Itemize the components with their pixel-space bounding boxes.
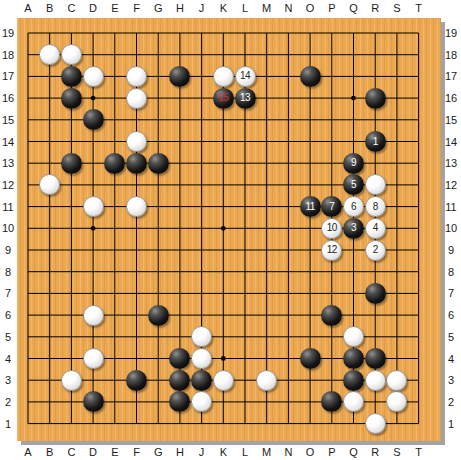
coord-label-left-11: 11	[2, 201, 13, 212]
coord-label-top-B: B	[46, 3, 53, 14]
coord-label-left-13: 13	[2, 158, 14, 169]
stone-black-F3	[126, 370, 147, 391]
coord-label-top-N: N	[284, 3, 292, 14]
stone-black-C17	[61, 66, 82, 87]
star-point-K10	[221, 226, 226, 231]
coord-label-left-8: 8	[5, 266, 11, 277]
coord-label-top-H: H	[176, 3, 184, 14]
stone-white-S3	[386, 370, 407, 391]
stone-black-R4	[365, 348, 386, 369]
coord-label-right-1: 1	[448, 418, 454, 429]
coord-label-top-E: E	[111, 3, 118, 14]
stone-white-D11	[83, 196, 104, 217]
move-number: 10	[327, 223, 337, 233]
move-number: 8	[373, 202, 378, 212]
coord-label-right-13: 13	[445, 158, 457, 169]
coord-label-right-15: 15	[445, 114, 457, 125]
coord-label-top-G: G	[154, 3, 163, 14]
coord-label-top-P: P	[328, 3, 335, 14]
coord-label-left-5: 5	[5, 331, 11, 342]
stone-white-R9: 2	[365, 240, 386, 261]
stone-black-D2	[83, 391, 104, 412]
coord-label-top-L: L	[242, 3, 248, 14]
stone-white-F16	[126, 88, 147, 109]
stone-black-K16: 15	[213, 88, 234, 109]
stone-white-R10: 4	[365, 218, 386, 239]
stone-white-C3	[61, 370, 82, 391]
move-number: 7	[329, 202, 334, 212]
coord-label-bottom-T: T	[415, 447, 422, 458]
coord-label-bottom-H: H	[176, 447, 184, 458]
coord-label-bottom-E: E	[111, 447, 118, 458]
stone-black-H3	[169, 370, 190, 391]
stone-black-G6	[148, 305, 169, 326]
coord-label-left-6: 6	[5, 310, 11, 321]
coord-label-top-J: J	[199, 3, 205, 14]
star-point-Q16	[351, 96, 356, 101]
stone-white-K3	[213, 370, 234, 391]
coord-label-bottom-R: R	[371, 447, 379, 458]
move-number-last: 15	[218, 93, 228, 103]
stone-black-O11: 11	[300, 196, 321, 217]
coord-label-right-4: 4	[448, 353, 454, 364]
coord-label-top-A: A	[24, 3, 31, 14]
coord-label-right-8: 8	[448, 266, 454, 277]
coord-label-bottom-P: P	[328, 447, 335, 458]
stone-white-P10: 10	[321, 218, 342, 239]
move-number: 5	[351, 180, 356, 190]
stone-white-K17	[213, 66, 234, 87]
stone-black-E13	[104, 153, 125, 174]
stone-black-R7	[365, 283, 386, 304]
move-number: 13	[240, 93, 250, 103]
stone-white-R3	[365, 370, 386, 391]
star-point-D16	[91, 96, 96, 101]
stone-black-Q3	[343, 370, 364, 391]
coord-label-bottom-N: N	[284, 447, 292, 458]
stone-white-R11: 8	[365, 196, 386, 217]
coord-label-right-3: 3	[448, 375, 454, 386]
coord-label-left-9: 9	[5, 245, 11, 256]
stone-black-Q10: 3	[343, 218, 364, 239]
coord-label-right-7: 7	[448, 288, 454, 299]
stone-white-P9: 12	[321, 240, 342, 261]
stone-black-C16	[61, 88, 82, 109]
stone-white-F17	[126, 66, 147, 87]
stone-white-D17	[83, 66, 104, 87]
go-diagram: ABCDEFGHJKLMNOPQRST ABCDEFGHJKLMNOPQRST …	[0, 0, 461, 460]
stone-black-O17	[300, 66, 321, 87]
coord-label-bottom-L: L	[242, 447, 248, 458]
move-number: 3	[351, 223, 356, 233]
coord-label-left-16: 16	[2, 93, 14, 104]
stone-black-R14: 1	[365, 131, 386, 152]
coord-label-left-18: 18	[2, 49, 14, 60]
coord-label-bottom-Q: Q	[349, 447, 358, 458]
star-point-D10	[91, 226, 96, 231]
coord-label-top-S: S	[393, 3, 400, 14]
stone-white-C18	[61, 44, 82, 65]
coord-label-bottom-O: O	[306, 447, 315, 458]
coord-label-left-12: 12	[2, 179, 14, 190]
coord-label-right-18: 18	[445, 49, 457, 60]
move-number: 4	[373, 223, 378, 233]
stone-white-J4	[191, 348, 212, 369]
coord-label-bottom-B: B	[46, 447, 53, 458]
coord-label-right-2: 2	[448, 396, 454, 407]
stone-black-P6	[321, 305, 342, 326]
stone-black-Q13: 9	[343, 153, 364, 174]
move-number: 9	[351, 158, 356, 168]
coord-label-top-K: K	[220, 3, 227, 14]
coord-label-left-17: 17	[2, 71, 14, 82]
coord-label-right-6: 6	[448, 310, 454, 321]
stone-black-C13	[61, 153, 82, 174]
coord-label-left-19: 19	[2, 28, 14, 39]
stone-white-D6	[83, 305, 104, 326]
coord-label-right-16: 16	[445, 93, 457, 104]
stone-black-O4	[300, 348, 321, 369]
coord-label-bottom-S: S	[393, 447, 400, 458]
coord-label-bottom-D: D	[89, 447, 97, 458]
coord-label-top-M: M	[262, 3, 271, 14]
move-number: 11	[305, 202, 314, 212]
stone-black-R16	[365, 88, 386, 109]
coord-label-left-3: 3	[5, 375, 11, 386]
goban[interactable]: 141513195117681034122	[17, 18, 441, 441]
coord-label-top-O: O	[306, 3, 315, 14]
stone-white-D4	[83, 348, 104, 369]
stone-white-R1	[365, 413, 386, 434]
stone-black-J3	[191, 370, 212, 391]
coord-label-top-R: R	[371, 3, 379, 14]
coord-label-right-12: 12	[445, 179, 457, 190]
coord-label-left-14: 14	[2, 136, 14, 147]
coord-label-top-Q: Q	[349, 3, 358, 14]
coord-label-left-4: 4	[5, 353, 11, 364]
coord-label-top-D: D	[89, 3, 97, 14]
coord-label-bottom-G: G	[154, 447, 163, 458]
coord-label-left-1: 1	[5, 418, 11, 429]
coord-label-bottom-F: F	[133, 447, 140, 458]
stone-black-F13	[126, 153, 147, 174]
stone-white-L17: 14	[235, 66, 256, 87]
move-number: 6	[351, 202, 356, 212]
coord-label-top-F: F	[133, 3, 140, 14]
coord-label-right-17: 17	[445, 71, 457, 82]
stone-black-G13	[148, 153, 169, 174]
coord-label-right-14: 14	[445, 136, 457, 147]
stone-white-F11	[126, 196, 147, 217]
stone-white-Q11: 6	[343, 196, 364, 217]
coord-label-bottom-A: A	[24, 447, 31, 458]
coord-label-right-9: 9	[448, 245, 454, 256]
coord-label-right-19: 19	[445, 28, 457, 39]
stone-white-R12	[365, 174, 386, 195]
coord-label-right-11: 11	[445, 201, 456, 212]
stone-black-L16: 13	[235, 88, 256, 109]
star-point-K4	[221, 356, 226, 361]
stone-black-D15	[83, 109, 104, 130]
coord-label-top-T: T	[415, 3, 422, 14]
stone-white-F14	[126, 131, 147, 152]
move-number: 1	[373, 137, 378, 147]
coord-label-right-5: 5	[448, 331, 454, 342]
coord-label-bottom-M: M	[262, 447, 271, 458]
coord-label-left-7: 7	[5, 288, 11, 299]
coord-label-left-15: 15	[2, 114, 14, 125]
coord-label-bottom-J: J	[199, 447, 205, 458]
coord-label-bottom-C: C	[67, 447, 75, 458]
coord-label-bottom-K: K	[220, 447, 227, 458]
move-number: 2	[373, 245, 378, 255]
move-number: 12	[327, 245, 337, 255]
coord-label-left-10: 10	[2, 223, 14, 234]
coord-label-top-C: C	[67, 3, 75, 14]
stone-white-M3	[256, 370, 277, 391]
move-number: 14	[240, 71, 250, 81]
coord-label-right-10: 10	[445, 223, 457, 234]
stone-black-Q4	[343, 348, 364, 369]
coord-label-left-2: 2	[5, 396, 11, 407]
